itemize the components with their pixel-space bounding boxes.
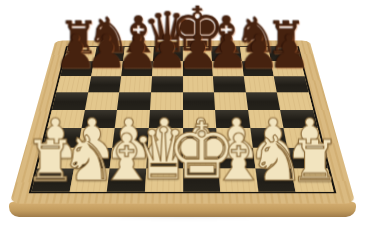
square-f6[interactable]	[213, 76, 246, 92]
square-a6[interactable]	[56, 76, 91, 92]
perspective-wrapper: ♜♞♝♛♚♝♞♜♟♟♟♟♟♟♟♟♟♟♟♟♟♟♟♟♜♞♝♛♚♝♞♜	[0, 0, 369, 231]
square-h1[interactable]: ♜	[292, 169, 334, 192]
square-h6[interactable]	[274, 76, 309, 92]
square-g6[interactable]	[244, 76, 278, 92]
black-pawn[interactable]: ♟	[268, 29, 310, 76]
play-area: ♜♞♝♛♚♝♞♜♟♟♟♟♟♟♟♟♟♟♟♟♟♟♟♟♜♞♝♛♚♝♞♜	[29, 46, 337, 193]
chess-set-photo: ♜♞♝♛♚♝♞♜♟♟♟♟♟♟♟♟♟♟♟♟♟♟♟♟♜♞♝♛♚♝♞♜	[0, 0, 369, 231]
square-h7[interactable]: ♟	[271, 61, 304, 76]
white-rook[interactable]: ♜	[289, 133, 341, 191]
square-b6[interactable]	[88, 76, 122, 92]
square-e6[interactable]	[182, 76, 214, 92]
chess-board: ♜♞♝♛♚♝♞♜♟♟♟♟♟♟♟♟♟♟♟♟♟♟♟♟♜♞♝♛♚♝♞♜	[10, 40, 356, 203]
square-c6[interactable]	[119, 76, 152, 92]
square-d6[interactable]	[151, 76, 183, 92]
